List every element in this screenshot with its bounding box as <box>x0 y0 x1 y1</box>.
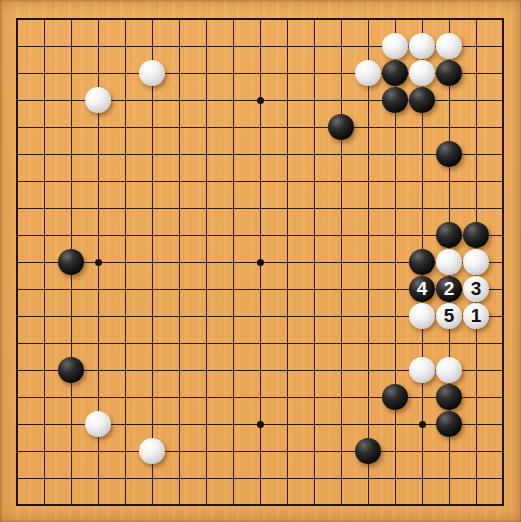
grid-line-horizontal <box>17 397 504 398</box>
white-stone <box>139 438 165 464</box>
star-point <box>257 421 264 428</box>
move-number-label: 5 <box>444 306 455 325</box>
star-point <box>257 259 264 266</box>
black-stone <box>409 249 435 275</box>
white-stone <box>85 411 111 437</box>
move-number-label: 1 <box>471 306 482 325</box>
white-stone <box>409 357 435 383</box>
white-stone <box>463 249 489 275</box>
black-stone <box>463 222 489 248</box>
white-stone <box>382 33 408 59</box>
grid-line-vertical <box>368 19 369 506</box>
grid-line-horizontal <box>17 451 504 452</box>
black-stone: 2 <box>436 276 462 302</box>
black-stone <box>58 249 84 275</box>
move-number-label: 4 <box>417 279 428 298</box>
white-stone <box>436 357 462 383</box>
black-stone <box>436 411 462 437</box>
white-stone <box>436 249 462 275</box>
white-stone <box>409 60 435 86</box>
white-stone: 1 <box>463 303 489 329</box>
move-number-label: 3 <box>471 279 482 298</box>
move-number-label: 2 <box>444 279 455 298</box>
black-stone <box>328 114 354 140</box>
black-stone <box>382 384 408 410</box>
white-stone <box>85 87 111 113</box>
white-stone <box>355 60 381 86</box>
black-stone <box>382 87 408 113</box>
grid-line-vertical <box>314 19 315 506</box>
white-stone <box>409 33 435 59</box>
black-stone <box>436 222 462 248</box>
star-point <box>257 97 264 104</box>
black-stone: 4 <box>409 276 435 302</box>
black-stone <box>382 60 408 86</box>
black-stone <box>409 87 435 113</box>
go-board[interactable]: 42351 <box>0 0 521 522</box>
black-stone <box>436 384 462 410</box>
grid-line-vertical <box>287 19 288 506</box>
white-stone: 5 <box>436 303 462 329</box>
white-stone: 3 <box>463 276 489 302</box>
white-stone <box>139 60 165 86</box>
grid-line-vertical <box>341 19 342 506</box>
black-stone <box>58 357 84 383</box>
grid-line-horizontal <box>17 343 504 344</box>
black-stone <box>436 141 462 167</box>
star-point <box>419 421 426 428</box>
black-stone <box>355 438 381 464</box>
black-stone <box>436 60 462 86</box>
white-stone <box>409 303 435 329</box>
grid-line-horizontal <box>17 478 504 479</box>
white-stone <box>436 33 462 59</box>
star-point <box>95 259 102 266</box>
